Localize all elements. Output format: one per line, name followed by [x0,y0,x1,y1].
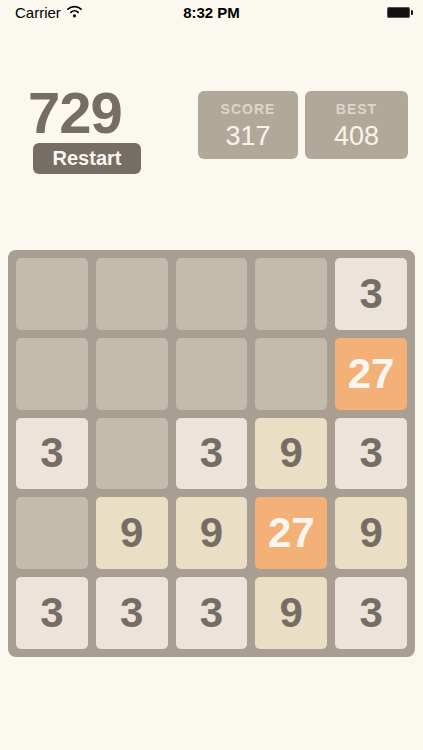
status-bar: Carrier 8:32 PM [0,0,423,26]
tile-3: 3 [96,577,168,649]
tile-3: 3 [335,418,407,490]
empty-cell [255,338,327,410]
best-label: BEST [336,101,377,117]
empty-cell [176,258,248,330]
tile-3: 3 [16,577,88,649]
tile-9: 9 [176,497,248,569]
score-box: SCORE 317 [198,91,298,159]
restart-button[interactable]: Restart [33,143,141,174]
tile-27: 27 [335,338,407,410]
empty-cell [96,258,168,330]
empty-cell [96,338,168,410]
tile-9: 9 [96,497,168,569]
tile-9: 9 [255,577,327,649]
score-label: SCORE [221,101,276,117]
battery-icon [387,7,413,18]
empty-cell [255,258,327,330]
empty-cell [176,338,248,410]
game-board[interactable]: 32733939927933393 [8,250,415,657]
tile-3: 3 [335,577,407,649]
best-value: 408 [334,123,379,150]
best-box: BEST 408 [305,91,408,159]
tile-27: 27 [255,497,327,569]
tile-3: 3 [335,258,407,330]
page-title: 729 [28,84,122,142]
tile-9: 9 [255,418,327,490]
empty-cell [16,497,88,569]
tile-3: 3 [176,418,248,490]
empty-cell [16,338,88,410]
status-time: 8:32 PM [0,4,423,21]
tile-9: 9 [335,497,407,569]
tile-3: 3 [176,577,248,649]
empty-cell [96,418,168,490]
tile-3: 3 [16,418,88,490]
empty-cell [16,258,88,330]
score-value: 317 [225,123,270,150]
